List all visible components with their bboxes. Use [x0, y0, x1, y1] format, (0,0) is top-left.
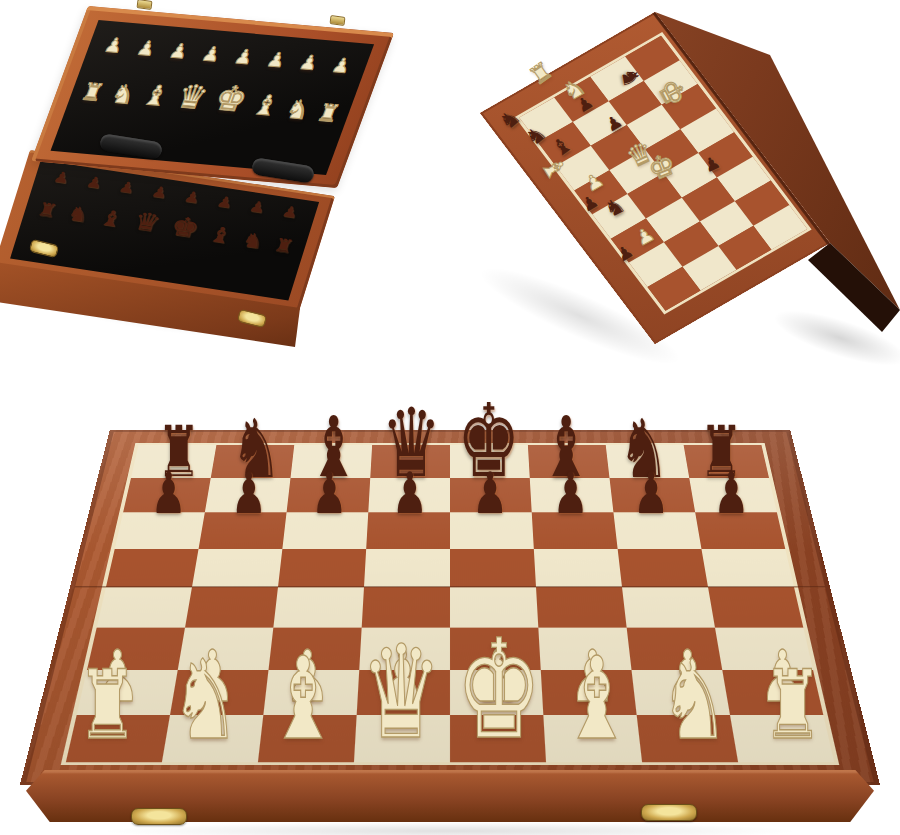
lid-brass-pin-right: [330, 15, 346, 26]
board-square-e4[interactable]: [450, 587, 538, 627]
tray-piece-white-knight[interactable]: ♞: [282, 96, 313, 123]
board-square-d8[interactable]: [370, 445, 450, 478]
board-square-h1[interactable]: [730, 715, 834, 763]
board-square-f4[interactable]: [536, 587, 627, 627]
folded-board: ♜♞♞♞♝♝♟♟♟♞♚♛♚♟♟♞♟♟: [440, 0, 900, 372]
board-square-h3[interactable]: [715, 627, 813, 670]
tray-piece-white-pawn[interactable]: ♟: [102, 35, 126, 56]
tray-piece-black-knight[interactable]: ♞: [65, 203, 92, 225]
board-fold-seam: [75, 586, 826, 588]
board-square-g7[interactable]: [609, 478, 695, 513]
board-square-g1[interactable]: [637, 715, 738, 763]
tray-piece-white-pawn[interactable]: ♟: [232, 46, 256, 67]
tray-piece-white-king[interactable]: ♚: [210, 81, 252, 118]
board-square-h4[interactable]: [708, 587, 803, 627]
board-shadow: [98, 822, 802, 835]
board-square-a7[interactable]: [123, 478, 211, 513]
tray-piece-white-rook[interactable]: ♜: [314, 101, 343, 126]
tray-piece-white-pawn[interactable]: ♟: [167, 41, 191, 62]
tray-piece-black-rook[interactable]: ♜: [271, 236, 295, 256]
folded-board-pieces-layer: ♜♞♞♞♝♝♟♟♟♞♚♛♚♟♟♞♟♟: [440, 0, 900, 372]
board-square-a1[interactable]: [66, 715, 170, 763]
tray-piece-white-pawn[interactable]: ♟: [134, 38, 158, 59]
tray-piece-black-pawn[interactable]: ♟: [280, 204, 300, 221]
magnetic-piece-black-pawn[interactable]: ♟: [614, 241, 637, 265]
board-square-e1[interactable]: [450, 715, 546, 763]
board-square-f6[interactable]: [532, 512, 618, 548]
board-square-c2[interactable]: [263, 670, 359, 715]
board-square-d2[interactable]: [357, 670, 450, 715]
magnetic-piece-black-knight[interactable]: ♞: [521, 121, 550, 150]
magnetic-piece-white-rook[interactable]: ♜: [525, 58, 556, 90]
magnetic-piece-black-pawn[interactable]: ♟: [579, 191, 602, 215]
tray-piece-black-knight[interactable]: ♞: [239, 229, 266, 251]
board-square-f8[interactable]: [528, 445, 610, 478]
board-square-h2[interactable]: [722, 670, 823, 715]
magnetic-piece-black-pawn[interactable]: ♟: [701, 153, 723, 176]
tray-piece-black-pawn[interactable]: ♟: [182, 189, 202, 206]
board-square-h7[interactable]: [689, 478, 777, 513]
board-square-b2[interactable]: [170, 670, 268, 715]
light-pawn-tray-row: ♟♟♟♟♟♟♟♟: [86, 34, 369, 78]
magnetic-piece-black-pawn[interactable]: ♟: [603, 111, 626, 135]
tray-piece-white-rook[interactable]: ♜: [78, 80, 107, 105]
tray-piece-black-bishop[interactable]: ♝: [97, 206, 126, 230]
board-latch-left: [131, 808, 187, 825]
tray-piece-black-pawn[interactable]: ♟: [117, 179, 137, 196]
board-square-g8[interactable]: [606, 445, 690, 478]
board-square-c6[interactable]: [282, 512, 368, 548]
board-square-a6[interactable]: [115, 512, 205, 548]
board-square-e5[interactable]: [450, 549, 536, 587]
tray-piece-white-pawn[interactable]: ♟: [329, 55, 353, 76]
board-square-d6[interactable]: [366, 512, 450, 548]
board-square-g4[interactable]: [622, 587, 715, 627]
board-square-c8[interactable]: [291, 445, 373, 478]
magnetic-piece-black-knight[interactable]: ♞: [601, 193, 629, 222]
board-square-b4[interactable]: [185, 587, 278, 627]
product-photo-canvas: ♟♟♟♟♟♟♟♟ ♜♞♝♛♚♝♞♜ ♟♟♟♟♟♟♟♟ ♜♞♝♛♚♝♞♜ ♜♞♞♞…: [0, 0, 900, 835]
tray-piece-black-pawn[interactable]: ♟: [52, 169, 72, 186]
board-square-d7[interactable]: [368, 478, 450, 513]
board-square-a8[interactable]: [131, 445, 216, 478]
tray-piece-black-pawn[interactable]: ♟: [215, 194, 235, 211]
board-square-g6[interactable]: [613, 512, 701, 548]
board-square-b6[interactable]: [199, 512, 287, 548]
case-lid-felt: ♟♟♟♟♟♟♟♟ ♜♞♝♛♚♝♞♜: [51, 20, 375, 175]
board-latch-right: [641, 804, 697, 821]
board-square-e2[interactable]: [450, 670, 543, 715]
board-square-e7[interactable]: [450, 478, 532, 513]
board-square-b5[interactable]: [192, 549, 282, 587]
board-square-d4[interactable]: [362, 587, 450, 627]
board-square-c4[interactable]: [273, 587, 364, 627]
tray-piece-black-pawn[interactable]: ♟: [247, 199, 267, 216]
board-square-h5[interactable]: [701, 549, 794, 587]
board-square-e8[interactable]: [450, 445, 530, 478]
tray-piece-black-king[interactable]: ♚: [167, 212, 202, 242]
tray-piece-white-pawn[interactable]: ♟: [199, 43, 223, 64]
board-square-g5[interactable]: [618, 549, 708, 587]
main-chessboard: ♜♞♝♛♚♝♞♜♟♟♟♟♟♟♟♟♟♟♟♟♟♟♟♟♜♞♝♛♚♝♞♜: [18, 418, 882, 835]
board-square-c1[interactable]: [258, 715, 357, 763]
board-square-e6[interactable]: [450, 512, 534, 548]
storage-case: ♟♟♟♟♟♟♟♟ ♜♞♝♛♚♝♞♜ ♟♟♟♟♟♟♟♟ ♜♞♝♛♚♝♞♜: [0, 0, 445, 368]
tray-piece-black-rook[interactable]: ♜: [35, 200, 59, 220]
board-square-b8[interactable]: [211, 445, 295, 478]
light-major-tray-row: ♜♞♝♛♚♝♞♜: [68, 68, 356, 126]
board-square-d5[interactable]: [364, 549, 450, 587]
board-square-a4[interactable]: [97, 587, 192, 627]
board-square-e3[interactable]: [450, 627, 541, 670]
board-square-c3[interactable]: [269, 627, 362, 670]
tray-piece-white-bishop[interactable]: ♝: [249, 91, 283, 120]
tray-piece-white-knight[interactable]: ♞: [108, 81, 139, 108]
board-square-a5[interactable]: [106, 549, 199, 587]
board-square-h8[interactable]: [684, 445, 769, 478]
magnetic-piece-white-pawn[interactable]: ♟: [632, 223, 657, 249]
case-lid: ♟♟♟♟♟♟♟♟ ♜♞♝♛♚♝♞♜: [31, 6, 394, 188]
board-square-f1[interactable]: [543, 715, 642, 763]
tray-piece-white-pawn[interactable]: ♟: [264, 49, 288, 70]
board-square-g3[interactable]: [627, 627, 723, 670]
board-square-f5[interactable]: [534, 549, 622, 587]
tray-piece-white-bishop[interactable]: ♝: [139, 81, 173, 110]
board-square-b1[interactable]: [162, 715, 263, 763]
board-square-f7[interactable]: [530, 478, 614, 513]
board-square-h6[interactable]: [695, 512, 785, 548]
board-square-f2[interactable]: [541, 670, 637, 715]
magnetic-piece-black-pawn[interactable]: ♟: [573, 92, 596, 116]
board-square-a3[interactable]: [87, 627, 185, 670]
chessboard-plane: [20, 430, 880, 785]
board-square-d3[interactable]: [359, 627, 450, 670]
board-square-g2[interactable]: [631, 670, 729, 715]
board-square-d1[interactable]: [354, 715, 450, 763]
board-square-b3[interactable]: [178, 627, 274, 670]
board-square-b7[interactable]: [205, 478, 291, 513]
tray-piece-white-queen[interactable]: ♛: [172, 80, 212, 114]
board-square-a2[interactable]: [77, 670, 178, 715]
magnetic-piece-black-knight[interactable]: ♞: [617, 66, 642, 89]
lid-brass-pin-left: [137, 0, 153, 10]
tray-piece-black-pawn[interactable]: ♟: [84, 174, 104, 191]
chessboard-squares: [61, 443, 839, 765]
tray-piece-black-pawn[interactable]: ♟: [149, 184, 169, 201]
board-square-f3[interactable]: [538, 627, 631, 670]
tray-piece-black-queen[interactable]: ♛: [130, 208, 163, 236]
magnetic-piece-white-king[interactable]: ♚: [652, 74, 691, 112]
magnetic-piece-white-king[interactable]: ♚: [644, 148, 680, 186]
board-square-c5[interactable]: [278, 549, 366, 587]
tray-piece-white-pawn[interactable]: ♟: [297, 52, 321, 73]
tray-piece-black-bishop[interactable]: ♝: [206, 223, 235, 247]
magnetic-piece-white-pawn[interactable]: ♟: [581, 169, 607, 195]
board-square-c7[interactable]: [287, 478, 371, 513]
